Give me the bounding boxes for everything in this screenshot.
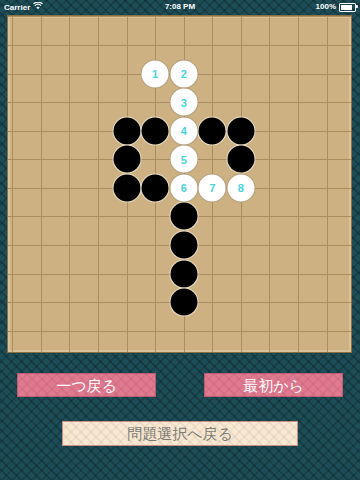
move-number: 1 [152,68,158,80]
white-stone-5: 5 [170,146,197,173]
black-stone [142,117,169,144]
black-stone [227,146,254,173]
white-stone-1: 1 [142,60,169,87]
back-to-problem-select-button[interactable]: 問題選択へ戻る [62,421,298,446]
grid-line [8,16,351,17]
white-stone-7: 7 [199,174,226,201]
battery-icon [339,3,356,12]
white-stone-2: 2 [170,60,197,87]
move-number: 7 [209,182,215,194]
black-stone [170,289,197,316]
white-stone-3: 3 [170,89,197,116]
black-stone [170,203,197,230]
move-number: 4 [181,125,187,137]
white-stone-4: 4 [170,117,197,144]
black-stone [199,117,226,144]
black-stone [227,117,254,144]
move-number: 5 [181,153,187,165]
move-number: 3 [181,96,187,108]
black-stone [113,117,140,144]
black-stone [142,174,169,201]
screen: { "status_bar": { "carrier": "Carrier", … [0,0,360,480]
grid-line [8,45,351,46]
clock: 7:08 PM [0,0,360,14]
black-stone [170,231,197,258]
go-board[interactable]: 12345678 [7,15,352,353]
undo-button[interactable]: 一つ戻る [17,373,156,397]
status-bar: Carrier 7:08 PM 100% [0,0,360,14]
restart-button[interactable]: 最初から [204,373,343,397]
black-stone [113,146,140,173]
move-number: 8 [238,182,244,194]
black-stone [170,260,197,287]
white-stone-6: 6 [170,174,197,201]
battery-percent: 100% [316,0,336,14]
move-number: 6 [181,182,187,194]
grid-line [8,331,351,332]
move-number: 2 [181,68,187,80]
black-stone [113,174,140,201]
white-stone-8: 8 [227,174,254,201]
